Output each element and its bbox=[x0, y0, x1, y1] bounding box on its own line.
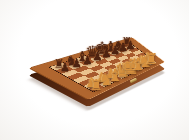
piece-black-pawn-a7: ♟ bbox=[60, 62, 70, 74]
piece-black-pawn-b7: ♟ bbox=[71, 58, 81, 70]
piece-black-pawn-h7: ♟ bbox=[125, 40, 135, 52]
piece-white-rook-h1: ♜ bbox=[145, 52, 158, 67]
piece-black-pawn-c7: ♟ bbox=[82, 54, 92, 66]
chess-set-photo: ♜♞♝♛♚♝♞♜♟♟♟♟♟♟♟♟♟♟♟♟♟♟♟♟♜♞♝♛♚♝♞♜ bbox=[0, 0, 189, 140]
pieces-layer: ♜♞♝♛♚♝♞♜♟♟♟♟♟♟♟♟♟♟♟♟♟♟♟♟♜♞♝♛♚♝♞♜ bbox=[0, 0, 189, 140]
